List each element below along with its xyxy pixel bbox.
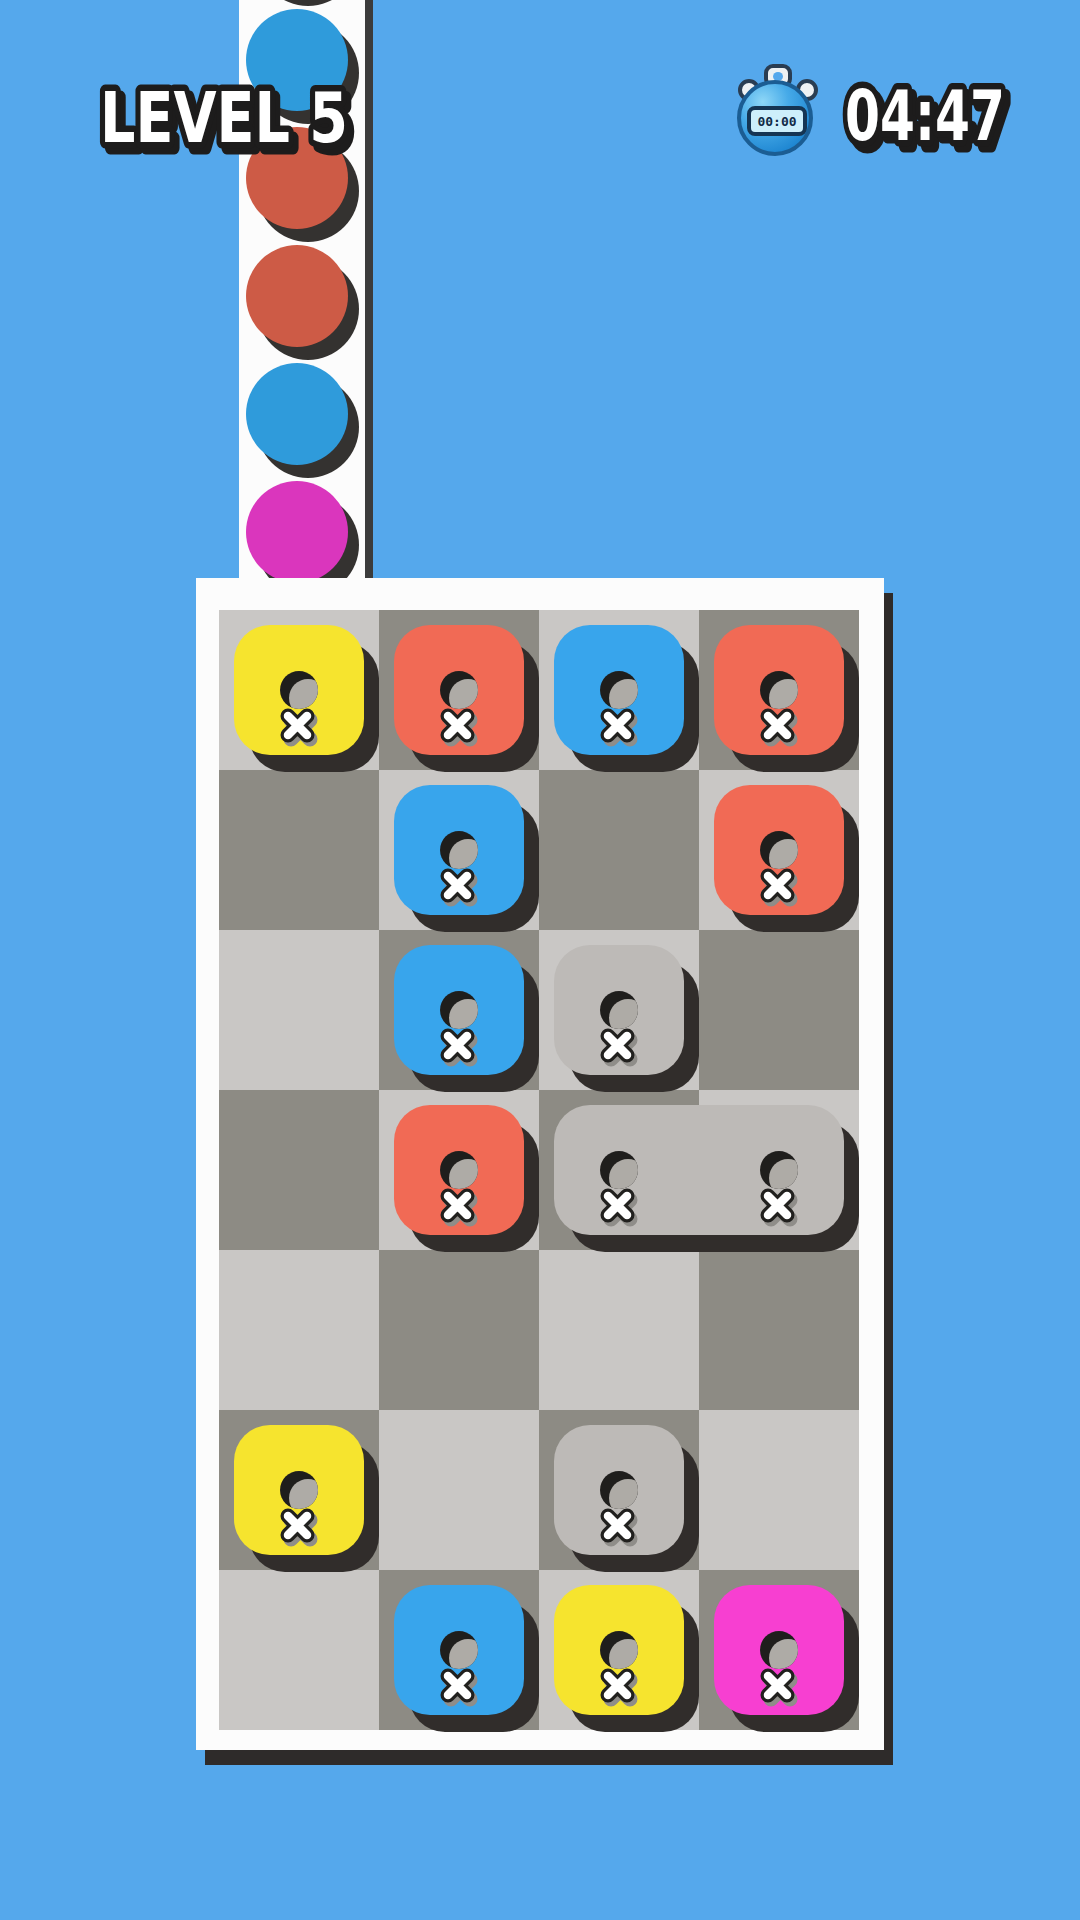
x-mark-icon	[436, 703, 482, 749]
queue-ball-blue	[246, 363, 348, 465]
x-mark-icon	[276, 703, 322, 749]
tile-gray-wide[interactable]	[554, 1105, 844, 1235]
x-mark-icon	[756, 1663, 802, 1709]
tile-red[interactable]	[714, 625, 844, 755]
board-cell	[219, 1090, 379, 1250]
x-mark-icon	[436, 1023, 482, 1069]
tile-red[interactable]	[394, 625, 524, 755]
timer-text: 04:47	[845, 75, 1005, 157]
x-mark-icon	[596, 1023, 642, 1069]
board-cell	[539, 770, 699, 930]
x-mark-icon	[596, 1503, 642, 1549]
x-mark-icon	[596, 1183, 642, 1229]
stopwatch-screen: 00:00	[747, 106, 807, 136]
tile-blue[interactable]	[394, 945, 524, 1075]
board-cell	[379, 1250, 539, 1410]
tile-gray[interactable]	[554, 1425, 684, 1555]
stopwatch-icon: 00:00	[733, 64, 825, 156]
game-screen: LEVEL 5 LEVEL 5 00:00 04:47 04:47	[0, 0, 1080, 1920]
level-label: LEVEL 5 LEVEL 5	[88, 76, 388, 176]
queue-ball-magenta	[246, 481, 348, 582]
board-cell	[699, 1410, 859, 1570]
x-mark-icon	[756, 863, 802, 909]
tile-gray[interactable]	[554, 945, 684, 1075]
x-mark-icon	[436, 863, 482, 909]
board-cell	[539, 1250, 699, 1410]
board-cell	[219, 930, 379, 1090]
board-cell	[699, 930, 859, 1090]
x-mark-icon	[596, 1663, 642, 1709]
board-cell	[219, 1570, 379, 1730]
tile-red[interactable]	[714, 785, 844, 915]
tile-yellow[interactable]	[554, 1585, 684, 1715]
tile-yellow[interactable]	[234, 625, 364, 755]
x-mark-icon	[436, 1663, 482, 1709]
x-mark-icon	[596, 703, 642, 749]
board-panel	[196, 578, 884, 1750]
tile-magenta[interactable]	[714, 1585, 844, 1715]
board-grid	[219, 610, 859, 1730]
tile-blue[interactable]	[394, 1585, 524, 1715]
x-mark-icon	[276, 1503, 322, 1549]
board-cell	[219, 1250, 379, 1410]
queue-ball-shadow-partial	[257, 0, 359, 6]
queue-ball-red	[246, 245, 348, 347]
tile-yellow[interactable]	[234, 1425, 364, 1555]
x-mark-icon	[756, 703, 802, 749]
x-mark-icon	[756, 1183, 802, 1229]
board-cell	[699, 1250, 859, 1410]
level-label-text: LEVEL 5	[100, 77, 348, 159]
board-cell	[379, 1410, 539, 1570]
timer-value: 04:47 04:47	[840, 76, 1020, 176]
tile-blue[interactable]	[554, 625, 684, 755]
x-mark-icon	[436, 1183, 482, 1229]
board-cell	[219, 770, 379, 930]
tile-red[interactable]	[394, 1105, 524, 1235]
tile-blue[interactable]	[394, 785, 524, 915]
stopwatch-digits: 00:00	[757, 114, 796, 129]
